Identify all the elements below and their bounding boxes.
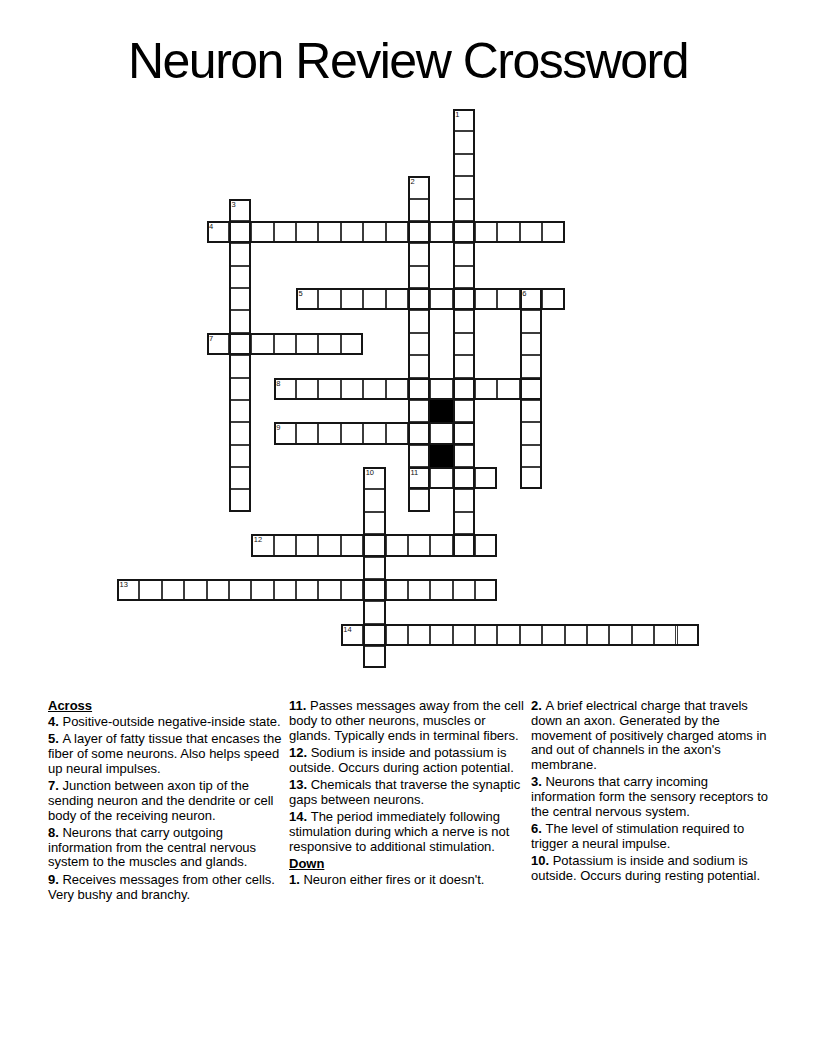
clue-num-label: 12. [289, 745, 311, 760]
grid-cell[interactable] [251, 221, 273, 243]
grid-cell[interactable] [520, 288, 542, 310]
grid-cell[interactable] [520, 467, 542, 489]
grid-cell[interactable] [520, 422, 542, 444]
clue-10-down: 10. Potassium is inside and sodium is ou… [531, 854, 768, 884]
grid-cell[interactable] [363, 557, 385, 579]
grid-cell[interactable] [408, 266, 430, 288]
grid-cell[interactable] [475, 624, 497, 646]
grid-cell[interactable] [408, 199, 430, 221]
grid-cell[interactable] [497, 288, 519, 310]
grid-cell[interactable] [363, 624, 385, 646]
grid-cell[interactable] [296, 288, 318, 310]
grid-cell[interactable] [408, 579, 430, 601]
grid-cell[interactable] [520, 221, 542, 243]
grid-cell[interactable] [229, 445, 251, 467]
grid-cell[interactable] [341, 333, 363, 355]
grid-cell[interactable] [475, 221, 497, 243]
grid-cell[interactable] [430, 288, 452, 310]
grid-cell[interactable] [475, 467, 497, 489]
grid-cell[interactable] [453, 378, 475, 400]
grid-cell[interactable] [363, 378, 385, 400]
grid-cell[interactable] [520, 624, 542, 646]
clue-1-down: 1. Neuron either fires or it doesn't. [289, 873, 526, 888]
grid-cell[interactable] [408, 534, 430, 556]
grid-cell[interactable] [341, 221, 363, 243]
grid-cell[interactable] [341, 288, 363, 310]
grid-cell[interactable] [609, 624, 631, 646]
down-header: Down [289, 857, 526, 872]
grid-cell[interactable] [453, 445, 475, 467]
grid-cell[interactable] [542, 288, 564, 310]
clue-6-down: 6. The level of stimulation required to … [531, 822, 768, 852]
clue-3-down: 3. Neurons that carry incoming informati… [531, 775, 768, 819]
grid-cell[interactable] [229, 221, 251, 243]
grid-cell[interactable] [408, 400, 430, 422]
clue-5-across: 5. A layer of fatty tissue that encases … [48, 732, 285, 776]
clue-num-label: 5. [48, 731, 62, 746]
grid-cell[interactable] [229, 489, 251, 511]
grid-cell[interactable] [341, 579, 363, 601]
grid-cell[interactable] [587, 624, 609, 646]
grid-cell[interactable] [453, 266, 475, 288]
grid-cell[interactable] [251, 579, 273, 601]
grid-cell[interactable] [453, 579, 475, 601]
grid-cell[interactable] [453, 624, 475, 646]
grid-cell[interactable] [251, 534, 273, 556]
grid-cell[interactable] [654, 624, 676, 646]
grid-cell[interactable] [318, 579, 340, 601]
grid-cell[interactable] [408, 243, 430, 265]
grid-cell[interactable] [363, 467, 385, 489]
clue-num-label: 13. [289, 777, 311, 792]
grid-cell[interactable] [229, 355, 251, 377]
grid-cell[interactable] [408, 422, 430, 444]
grid-cell[interactable] [274, 378, 296, 400]
grid-cell[interactable] [408, 333, 430, 355]
clue-12-across: 12. Sodium is inside and potassium is ou… [289, 746, 526, 776]
grid-cell[interactable] [453, 288, 475, 310]
page-title: Neuron Review Crossword [0, 34, 816, 88]
grid-cell[interactable] [229, 199, 251, 221]
clue-column-2: 11. Passes messages away from the cell b… [289, 699, 526, 890]
grid-cell[interactable] [520, 310, 542, 332]
grid-cell[interactable] [386, 534, 408, 556]
grid-cell[interactable] [453, 199, 475, 221]
grid-cell[interactable] [363, 489, 385, 511]
grid-cell[interactable] [363, 534, 385, 556]
grid-cell[interactable] [229, 467, 251, 489]
grid-cell[interactable] [520, 333, 542, 355]
grid-cell[interactable] [430, 221, 452, 243]
grid-cell[interactable] [453, 512, 475, 534]
grid-cell[interactable] [386, 579, 408, 601]
grid-cell[interactable] [430, 579, 452, 601]
grid-cell[interactable] [363, 646, 385, 668]
crossword-grid: 1234567891011121314 [117, 109, 699, 669]
grid-cell[interactable] [497, 221, 519, 243]
grid-cell[interactable] [520, 445, 542, 467]
clue-num-label: 9. [48, 872, 62, 887]
clue-4-across: 4. Positive-outside negative-inside stat… [48, 715, 285, 730]
grid-cell[interactable] [207, 221, 229, 243]
grid-cell[interactable] [408, 489, 430, 511]
clue-13-across: 13. Chemicals that traverse the synaptic… [289, 778, 526, 808]
clue-num-label: 6. [531, 821, 545, 836]
grid-cell[interactable] [229, 310, 251, 332]
grid-cell[interactable] [229, 266, 251, 288]
black-cell [430, 400, 452, 422]
grid-cell[interactable] [386, 624, 408, 646]
grid-cell[interactable] [363, 512, 385, 534]
grid-cell[interactable] [453, 131, 475, 153]
grid-cell[interactable] [430, 378, 452, 400]
grid-cell[interactable] [363, 601, 385, 623]
grid-cell[interactable] [363, 579, 385, 601]
grid-cell[interactable] [520, 355, 542, 377]
clue-num-label: 4. [48, 714, 62, 729]
clue-num-label: 7. [48, 778, 62, 793]
grid-cell[interactable] [296, 534, 318, 556]
grid-cell[interactable] [408, 445, 430, 467]
grid-cell[interactable] [184, 579, 206, 601]
clue-column-3: 2. A brief electrical charge that travel… [531, 699, 768, 887]
grid-cell[interactable] [677, 624, 699, 646]
grid-cell[interactable] [497, 624, 519, 646]
grid-cell[interactable] [318, 221, 340, 243]
grid-cell[interactable] [318, 378, 340, 400]
clue-column-1: Across4. Positive-outside negative-insid… [48, 699, 285, 905]
grid-cell[interactable] [453, 489, 475, 511]
grid-cell[interactable] [408, 310, 430, 332]
clue-14-across: 14. The period immediately following sti… [289, 810, 526, 854]
grid-cell[interactable] [296, 422, 318, 444]
grid-cell[interactable] [386, 288, 408, 310]
grid-cell[interactable] [386, 221, 408, 243]
grid-cell[interactable] [318, 288, 340, 310]
clue-num-label: 3. [531, 774, 545, 789]
grid-cell[interactable] [229, 422, 251, 444]
clue-num-label: 1. [289, 872, 303, 887]
grid-cell[interactable] [139, 579, 161, 601]
grid-cell[interactable] [430, 534, 452, 556]
grid-cell[interactable] [207, 333, 229, 355]
grid-cell[interactable] [117, 579, 139, 601]
grid-cell[interactable] [408, 288, 430, 310]
grid-cell[interactable] [453, 534, 475, 556]
grid-cell[interactable] [363, 422, 385, 444]
clue-8-across: 8. Neurons that carry outgoing informati… [48, 826, 285, 870]
grid-cell[interactable] [453, 310, 475, 332]
grid-cell[interactable] [341, 534, 363, 556]
black-cell [430, 445, 452, 467]
grid-cell[interactable] [229, 333, 251, 355]
grid-cell[interactable] [341, 422, 363, 444]
grid-cell[interactable] [453, 422, 475, 444]
clue-num-label: 14. [289, 809, 311, 824]
grid-cell[interactable] [296, 221, 318, 243]
grid-cell[interactable] [408, 355, 430, 377]
clue-7-across: 7. Junction between axon tip of the send… [48, 779, 285, 823]
grid-cell[interactable] [453, 109, 475, 131]
grid-cell[interactable] [520, 400, 542, 422]
grid-cell[interactable] [229, 378, 251, 400]
grid-cell[interactable] [565, 624, 587, 646]
grid-cell[interactable] [453, 355, 475, 377]
grid-cell[interactable] [475, 579, 497, 601]
grid-cell[interactable] [542, 624, 564, 646]
grid-cell[interactable] [296, 333, 318, 355]
grid-cell[interactable] [453, 400, 475, 422]
grid-cell[interactable] [162, 579, 184, 601]
grid-cell[interactable] [453, 176, 475, 198]
clue-num-label: 10. [531, 853, 553, 868]
clue-num-label: 8. [48, 825, 62, 840]
grid-cell[interactable] [318, 422, 340, 444]
grid-cell[interactable] [520, 378, 542, 400]
grid-cell[interactable] [386, 378, 408, 400]
clue-11-across: 11. Passes messages away from the cell b… [289, 699, 526, 743]
grid-cell[interactable] [497, 378, 519, 400]
clue-num-label: 2. [531, 698, 545, 713]
grid-cell[interactable] [363, 288, 385, 310]
grid-cell[interactable] [430, 422, 452, 444]
grid-cell[interactable] [318, 534, 340, 556]
grid-cell[interactable] [318, 333, 340, 355]
grid-cell[interactable] [229, 288, 251, 310]
grid-cell[interactable] [430, 624, 452, 646]
grid-cell[interactable] [274, 534, 296, 556]
grid-cell[interactable] [475, 378, 497, 400]
grid-cell[interactable] [408, 221, 430, 243]
across-header: Across [48, 699, 285, 714]
grid-cell[interactable] [207, 579, 229, 601]
grid-cell[interactable] [453, 221, 475, 243]
grid-cell[interactable] [453, 154, 475, 176]
grid-cell[interactable] [274, 221, 296, 243]
grid-cell[interactable] [274, 333, 296, 355]
grid-cell[interactable] [274, 422, 296, 444]
grid-cell[interactable] [632, 624, 654, 646]
grid-cell[interactable] [453, 333, 475, 355]
grid-cell[interactable] [229, 243, 251, 265]
grid-cell[interactable] [274, 579, 296, 601]
grid-cell[interactable] [408, 467, 430, 489]
grid-cell[interactable] [542, 221, 564, 243]
clue-2-down: 2. A brief electrical charge that travel… [531, 699, 768, 773]
grid-cell[interactable] [341, 378, 363, 400]
grid-cell[interactable] [296, 378, 318, 400]
grid-cell[interactable] [386, 422, 408, 444]
grid-cell[interactable] [453, 467, 475, 489]
grid-cell[interactable] [475, 288, 497, 310]
clue-num-label: 11. [289, 698, 310, 713]
grid-cell[interactable] [229, 579, 251, 601]
grid-cell[interactable] [408, 176, 430, 198]
grid-cell[interactable] [430, 467, 452, 489]
grid-cell[interactable] [453, 243, 475, 265]
grid-cell[interactable] [408, 378, 430, 400]
grid-cell[interactable] [363, 221, 385, 243]
grid-cell[interactable] [408, 624, 430, 646]
grid-cell[interactable] [296, 579, 318, 601]
grid-cell[interactable] [251, 333, 273, 355]
clue-9-across: 9. Receives messages from other cells. V… [48, 873, 285, 903]
grid-cell[interactable] [475, 534, 497, 556]
grid-cell[interactable] [341, 624, 363, 646]
grid-cell[interactable] [229, 400, 251, 422]
